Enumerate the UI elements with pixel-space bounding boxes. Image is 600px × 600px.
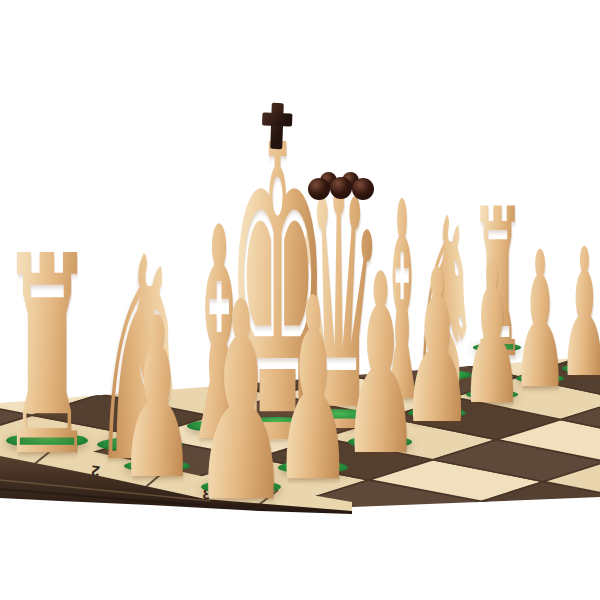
pieces-layer: ♜♞♝♚♛♝♞♜♟♟♟♟♟♟♟♟ bbox=[0, 0, 600, 600]
piece-white-pawn-g2: ♟ bbox=[186, 267, 296, 541]
king-cross-finial bbox=[261, 102, 293, 149]
queen-ball bbox=[352, 178, 374, 200]
chess-set-photo: 23 ♜♞♝♚♛♝♞♜♟♟♟♟♟♟♟♟ bbox=[0, 0, 600, 600]
